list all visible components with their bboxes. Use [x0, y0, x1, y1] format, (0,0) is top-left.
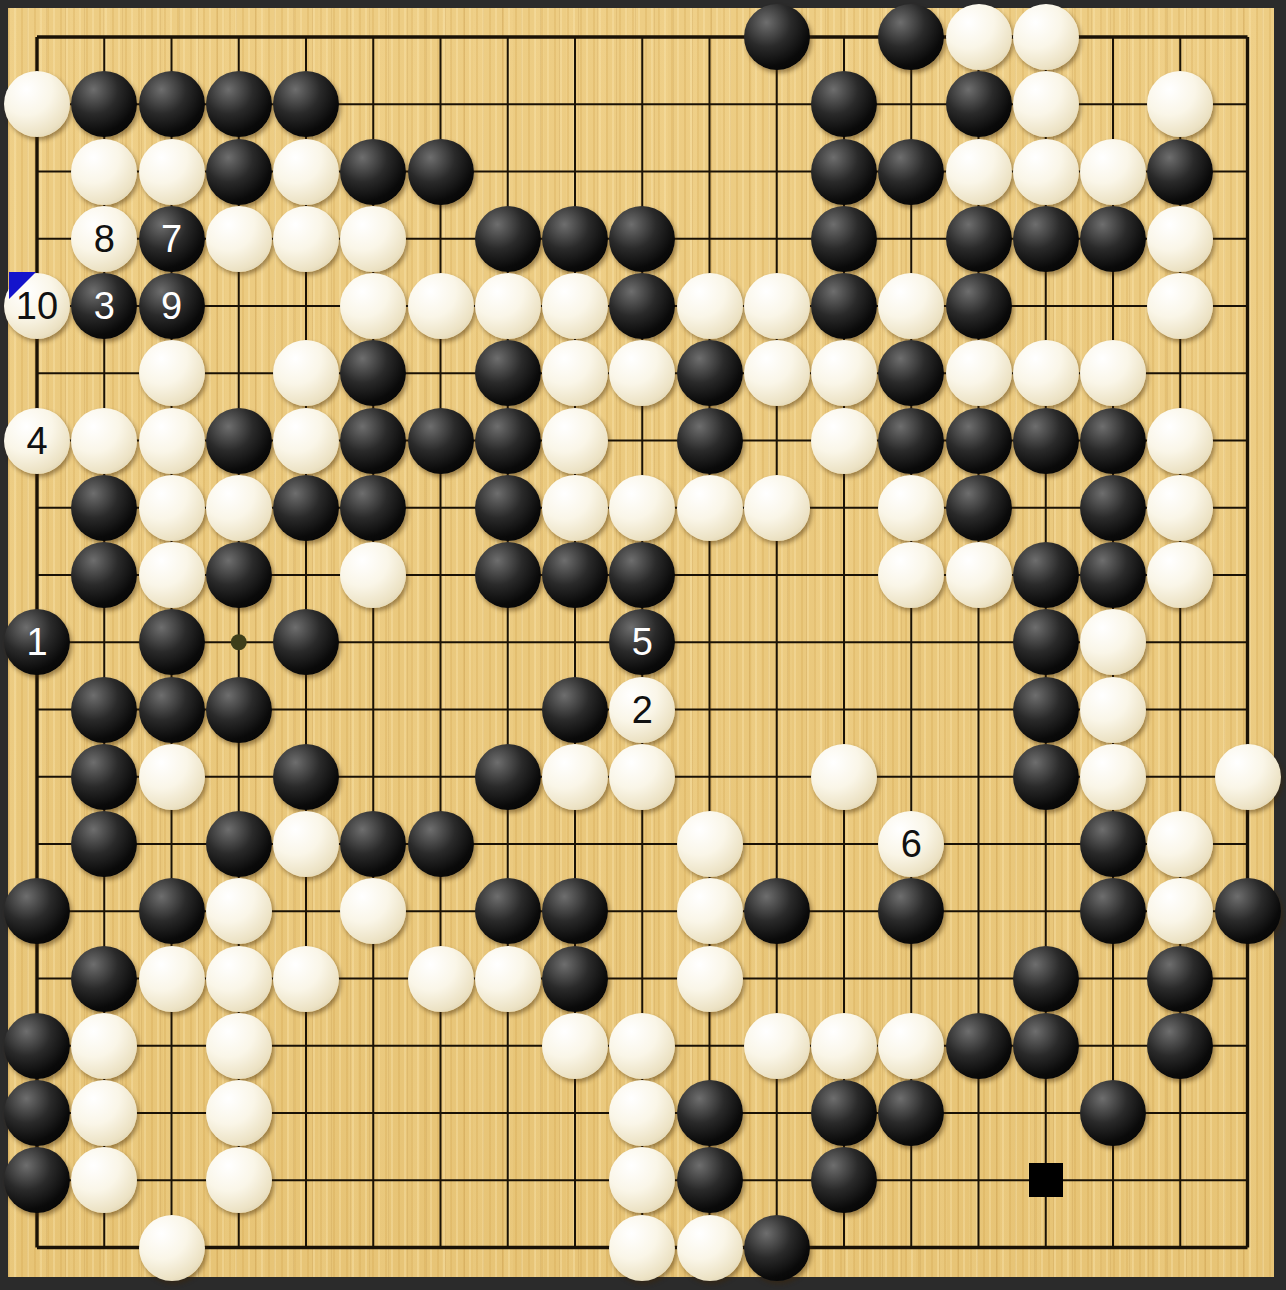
stone-black — [811, 206, 877, 272]
stone-white — [273, 946, 339, 1012]
move-number-label: 10 — [16, 287, 58, 325]
stone-black — [340, 340, 406, 406]
stone-white — [1080, 139, 1146, 205]
stone-white — [1147, 878, 1213, 944]
stone-black — [542, 946, 608, 1012]
stone-white — [542, 273, 608, 339]
stone-black — [4, 878, 70, 944]
move-number-label: 1 — [26, 623, 47, 661]
stone-black — [1013, 744, 1079, 810]
stone-black — [946, 71, 1012, 137]
stone-white — [609, 1013, 675, 1079]
stone-white — [273, 811, 339, 877]
stone-white — [1013, 4, 1079, 70]
stone-black — [1080, 408, 1146, 474]
stone-black — [1013, 206, 1079, 272]
stone-black — [811, 71, 877, 137]
stone-white — [273, 408, 339, 474]
move-number-label: 7 — [161, 220, 182, 258]
stone-black — [475, 340, 541, 406]
stone-white — [206, 1013, 272, 1079]
stone-black — [609, 273, 675, 339]
move-number-label: 3 — [94, 287, 115, 325]
stone-white — [1080, 744, 1146, 810]
stone-black — [1013, 677, 1079, 743]
stone-white — [408, 273, 474, 339]
stone-black — [609, 542, 675, 608]
stone-black — [408, 408, 474, 474]
stone-white — [340, 273, 406, 339]
stone-white — [609, 1215, 675, 1281]
stone-black — [677, 1080, 743, 1146]
stone-black — [139, 677, 205, 743]
stone-black — [677, 340, 743, 406]
stone-black — [475, 744, 541, 810]
stone-white — [71, 139, 137, 205]
stone-black — [475, 542, 541, 608]
stone-white — [878, 542, 944, 608]
stone-white — [139, 139, 205, 205]
stone-black — [1147, 139, 1213, 205]
stone-black — [475, 206, 541, 272]
stone-white — [677, 811, 743, 877]
stone-white — [609, 744, 675, 810]
stone-white — [1147, 71, 1213, 137]
stone-black — [71, 811, 137, 877]
stone-black — [811, 139, 877, 205]
stone-white — [206, 946, 272, 1012]
stone-black — [71, 475, 137, 541]
stone-white — [1080, 677, 1146, 743]
stone-white — [1013, 340, 1079, 406]
stone-white — [206, 1147, 272, 1213]
stone-white — [1013, 71, 1079, 137]
stone-white — [1147, 811, 1213, 877]
stone-black — [946, 1013, 1012, 1079]
stone-black — [1013, 946, 1079, 1012]
stone-black — [273, 744, 339, 810]
stone-black — [677, 408, 743, 474]
screenshot-root: { "game": "go", "board_size": 19, "posit… — [0, 0, 1286, 1290]
stone-black — [542, 677, 608, 743]
stone-black — [206, 408, 272, 474]
stone-white — [340, 878, 406, 944]
stone-black — [206, 139, 272, 205]
stone-black — [139, 71, 205, 137]
stone-black — [206, 677, 272, 743]
stone-white-move-2: 2 — [609, 677, 675, 743]
stone-black — [206, 811, 272, 877]
stone-white — [878, 273, 944, 339]
stone-black — [206, 71, 272, 137]
board-cells: 87103941526 — [3, 3, 1281, 1281]
stone-black — [744, 878, 810, 944]
stone-black-move-7: 7 — [139, 206, 205, 272]
stone-black — [1013, 408, 1079, 474]
stone-white — [609, 1080, 675, 1146]
stone-white — [1147, 273, 1213, 339]
stone-black — [475, 475, 541, 541]
stone-white — [139, 946, 205, 1012]
stone-white — [677, 475, 743, 541]
stone-white — [139, 408, 205, 474]
move-number-label: 4 — [26, 422, 47, 460]
stone-black — [946, 408, 1012, 474]
stone-black — [542, 206, 608, 272]
stone-black — [1013, 1013, 1079, 1079]
stone-black — [946, 475, 1012, 541]
stone-black — [878, 139, 944, 205]
stone-black — [744, 4, 810, 70]
stone-black — [878, 1080, 944, 1146]
stone-white — [475, 946, 541, 1012]
stone-black — [408, 811, 474, 877]
stone-black — [475, 408, 541, 474]
stone-black — [340, 408, 406, 474]
stone-white — [71, 408, 137, 474]
stone-white — [1080, 340, 1146, 406]
stone-white — [1215, 744, 1281, 810]
stone-white — [744, 1013, 810, 1079]
stone-black — [878, 340, 944, 406]
stone-black — [1080, 542, 1146, 608]
stone-white — [744, 340, 810, 406]
stone-white — [206, 206, 272, 272]
stone-black — [1215, 878, 1281, 944]
stone-black — [475, 878, 541, 944]
stone-white — [946, 139, 1012, 205]
stone-white — [811, 340, 877, 406]
stone-white — [139, 475, 205, 541]
stone-white-move-8: 8 — [71, 206, 137, 272]
stone-white — [1080, 609, 1146, 675]
stone-white — [609, 340, 675, 406]
stone-white — [71, 1013, 137, 1079]
stone-white — [677, 946, 743, 1012]
stone-black — [946, 273, 1012, 339]
stone-black — [71, 542, 137, 608]
stone-black — [340, 475, 406, 541]
stone-black-move-5: 5 — [609, 609, 675, 675]
stone-white — [609, 1147, 675, 1213]
stone-white — [542, 340, 608, 406]
stone-black — [340, 139, 406, 205]
stone-white — [542, 744, 608, 810]
stone-black — [542, 878, 608, 944]
stone-white — [677, 273, 743, 339]
stone-black — [811, 1147, 877, 1213]
stone-white — [811, 1013, 877, 1079]
stone-white — [946, 542, 1012, 608]
stone-black — [878, 4, 944, 70]
stone-white — [408, 946, 474, 1012]
stone-black-move-1: 1 — [4, 609, 70, 675]
stone-black — [139, 609, 205, 675]
stone-white — [139, 542, 205, 608]
stone-white — [677, 1215, 743, 1281]
stone-white — [1147, 206, 1213, 272]
stone-black — [71, 946, 137, 1012]
stone-white — [811, 408, 877, 474]
stone-white — [206, 475, 272, 541]
stone-white — [475, 273, 541, 339]
stone-white — [71, 1080, 137, 1146]
stone-black — [744, 1215, 810, 1281]
stone-black — [71, 677, 137, 743]
move-number-label: 2 — [632, 691, 653, 729]
stone-white — [1147, 408, 1213, 474]
stone-black — [1013, 609, 1079, 675]
stone-black — [677, 1147, 743, 1213]
stone-white-move-6: 6 — [878, 811, 944, 877]
stone-black — [4, 1080, 70, 1146]
stone-white — [206, 1080, 272, 1146]
stone-black — [1147, 946, 1213, 1012]
stone-white — [542, 408, 608, 474]
stone-white — [1147, 542, 1213, 608]
stone-white — [139, 744, 205, 810]
stone-black — [273, 609, 339, 675]
stone-black — [1080, 1080, 1146, 1146]
stone-white — [273, 139, 339, 205]
stone-black — [206, 542, 272, 608]
move-number-label: 8 — [94, 220, 115, 258]
stone-white — [273, 340, 339, 406]
stone-white — [677, 878, 743, 944]
stone-black — [542, 542, 608, 608]
stone-white — [946, 340, 1012, 406]
stone-white — [1147, 475, 1213, 541]
move-number-label: 6 — [901, 825, 922, 863]
stone-white — [71, 1147, 137, 1213]
stone-black — [71, 71, 137, 137]
stone-white — [811, 744, 877, 810]
stone-black — [408, 139, 474, 205]
stone-black — [1013, 542, 1079, 608]
stone-white-move-4: 4 — [4, 408, 70, 474]
stone-white — [878, 475, 944, 541]
move-number-label: 9 — [161, 287, 182, 325]
stone-black — [811, 273, 877, 339]
stone-black — [1080, 878, 1146, 944]
stone-white — [1013, 139, 1079, 205]
stone-black — [340, 811, 406, 877]
stone-white — [139, 1215, 205, 1281]
stone-white — [744, 273, 810, 339]
stone-black — [1080, 811, 1146, 877]
stone-white — [139, 340, 205, 406]
stone-white — [4, 71, 70, 137]
stone-white — [340, 206, 406, 272]
stone-white — [206, 878, 272, 944]
stone-black — [71, 744, 137, 810]
stone-black — [609, 206, 675, 272]
stone-white — [744, 475, 810, 541]
stone-black — [4, 1013, 70, 1079]
stone-black — [1147, 1013, 1213, 1079]
stone-white — [542, 475, 608, 541]
stone-white — [878, 1013, 944, 1079]
stone-black — [878, 408, 944, 474]
stone-white — [340, 542, 406, 608]
stone-white — [542, 1013, 608, 1079]
stone-black — [273, 475, 339, 541]
stone-black-move-9: 9 — [139, 273, 205, 339]
go-board[interactable]: 87103941526 — [8, 8, 1274, 1277]
stone-black — [4, 1147, 70, 1213]
stone-black — [1080, 475, 1146, 541]
stone-white — [609, 475, 675, 541]
stone-black — [139, 878, 205, 944]
stone-black — [946, 206, 1012, 272]
stone-black — [273, 71, 339, 137]
stone-white — [946, 4, 1012, 70]
square-marker — [1029, 1163, 1063, 1197]
stone-black — [878, 878, 944, 944]
stone-white — [273, 206, 339, 272]
stone-black — [811, 1080, 877, 1146]
move-number-label: 5 — [632, 623, 653, 661]
stone-black-move-3: 3 — [71, 273, 137, 339]
stone-black — [1080, 206, 1146, 272]
